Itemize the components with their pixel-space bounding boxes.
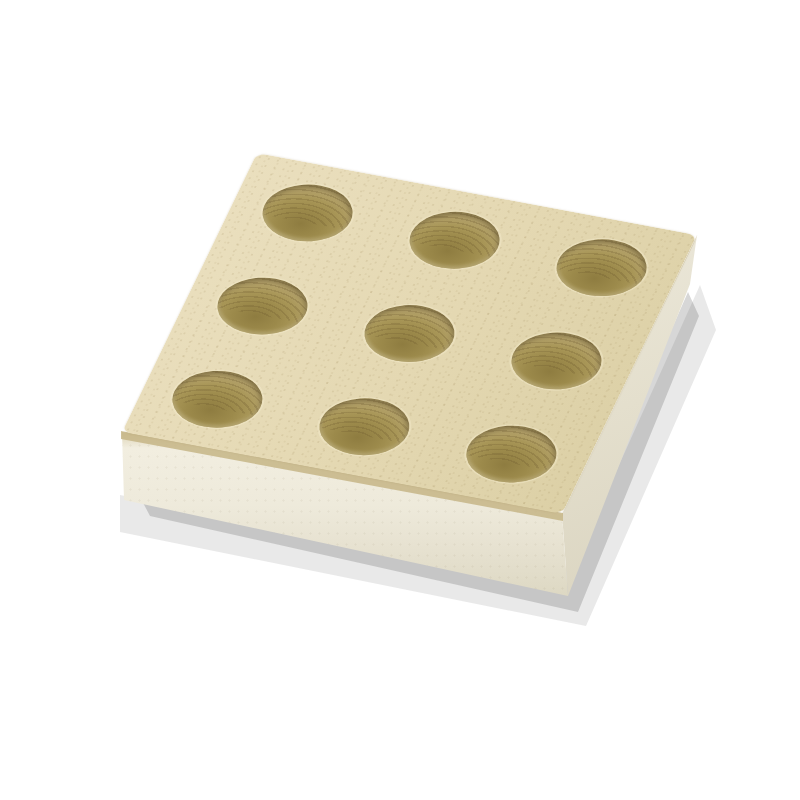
hole-r3c2 xyxy=(308,391,420,462)
hole-r2c3 xyxy=(500,326,612,397)
hole-r1c3 xyxy=(545,233,657,304)
hole-r1c1 xyxy=(252,178,364,249)
hole-r3c1 xyxy=(162,364,274,435)
hole-r3c3 xyxy=(455,419,567,490)
product-photo-scene xyxy=(0,0,800,800)
hole-r2c2 xyxy=(353,298,465,369)
hole-r1c2 xyxy=(398,205,510,276)
hole-r2c1 xyxy=(207,271,319,342)
